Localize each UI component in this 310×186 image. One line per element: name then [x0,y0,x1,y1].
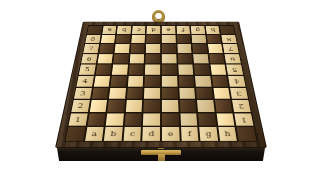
square-c2 [126,100,143,112]
file-label-top-b: b [117,26,131,34]
rank-label-right-4-text: 4 [234,78,240,84]
square-f5 [178,65,193,75]
square-h7 [208,44,223,53]
chessboard-top-face: abcdefgh8877665544332211abcdefgh [55,22,267,148]
square-h6 [209,54,225,63]
file-label-top-c-text: c [137,28,141,32]
square-a5 [95,65,111,75]
rank-label-left-7: 7 [83,44,99,53]
square-f8 [177,35,191,43]
square-e4 [162,76,177,87]
frame-corner [220,26,235,34]
file-label-top-b-text: b [122,28,127,32]
square-d7 [146,44,160,53]
file-label-bottom-h: h [218,127,237,140]
rank-label-left-2-text: 2 [77,103,84,109]
square-b4 [111,76,127,87]
square-f1 [180,113,197,126]
rank-label-right-8: 8 [222,35,237,43]
file-label-top-a-text: a [107,28,112,32]
file-label-top-c: c [132,26,146,34]
file-label-top-g: g [191,26,205,34]
square-f7 [177,44,191,53]
square-b5 [112,65,128,75]
square-b2 [108,100,125,112]
rank-label-right-7-text: 7 [228,46,234,51]
rank-label-left-6-text: 6 [86,56,92,61]
square-d3 [144,88,160,99]
file-label-top-d: d [147,26,160,34]
chessboard-photo: abcdefgh8877665544332211abcdefgh [0,0,310,186]
square-b6 [113,54,128,63]
frame-corner [87,26,102,34]
square-e5 [162,65,177,75]
square-f6 [178,54,193,63]
square-g6 [193,54,208,63]
square-g8 [192,35,206,43]
file-label-bottom-h-text: h [224,130,231,137]
rank-label-right-4: 4 [228,76,245,87]
square-e7 [162,44,176,53]
rank-label-right-6: 6 [225,54,241,63]
square-g1 [198,113,216,126]
file-label-top-e-text: e [166,28,170,32]
rank-label-left-3: 3 [74,88,92,99]
square-a8 [101,35,116,43]
square-b7 [115,44,130,53]
file-label-bottom-a-text: a [91,130,98,137]
rank-label-left-8-text: 8 [90,37,96,42]
square-h4 [212,76,229,87]
file-label-top-g-text: g [195,28,200,32]
file-label-bottom-b: b [104,127,122,140]
rank-label-left-4-text: 4 [82,78,88,84]
file-label-top-d-text: d [151,28,156,32]
square-f2 [180,100,197,112]
square-a6 [97,54,113,63]
square-f4 [178,76,194,87]
rank-label-left-5: 5 [79,65,96,75]
square-f3 [179,88,195,99]
square-h5 [210,65,226,75]
frame-corner [237,127,257,140]
square-a4 [94,76,111,87]
file-label-bottom-a: a [85,127,104,140]
file-label-bottom-d-text: d [148,130,154,137]
rank-label-right-1: 1 [235,113,254,126]
square-e3 [162,88,178,99]
square-c3 [127,88,143,99]
rank-label-left-5-text: 5 [84,67,90,72]
square-d2 [144,100,160,112]
rank-label-right-6-text: 6 [230,56,236,61]
square-g7 [192,44,207,53]
rank-label-left-7-text: 7 [88,46,94,51]
rank-label-right-3: 3 [230,88,248,99]
square-g4 [195,76,211,87]
rank-label-right-7: 7 [223,44,239,53]
file-label-bottom-f: f [181,127,199,140]
square-e1 [162,113,179,126]
square-g3 [196,88,213,99]
file-label-top-h-text: h [210,28,215,32]
file-label-top-f-text: f [182,28,185,32]
rank-label-right-8-text: 8 [226,37,232,42]
square-c6 [130,54,145,63]
file-label-bottom-g: g [199,127,217,140]
file-label-bottom-e: e [162,127,179,140]
square-d6 [146,54,161,63]
rank-label-left-4: 4 [76,76,93,87]
rank-label-right-5-text: 5 [232,67,238,72]
board-front-edge [57,148,265,161]
square-b3 [109,88,126,99]
rank-label-left-6: 6 [81,54,97,63]
rank-label-left-8: 8 [85,35,100,43]
square-c1 [125,113,142,126]
square-h3 [213,88,230,99]
square-e8 [162,35,176,43]
file-label-bottom-c: c [123,127,141,140]
square-d5 [145,65,160,75]
rank-label-right-5: 5 [227,65,244,75]
chessboard-grid: abcdefgh8877665544332211abcdefgh [64,25,257,141]
rank-label-left-1-text: 1 [75,116,82,123]
square-e6 [162,54,177,63]
square-h2 [215,100,233,112]
square-h1 [216,113,234,126]
file-label-top-f: f [176,26,190,34]
square-g2 [197,100,214,112]
frame-corner [65,127,85,140]
file-label-bottom-d: d [143,127,160,140]
file-label-bottom-c-text: c [130,130,136,137]
square-c4 [128,76,144,87]
square-b8 [116,35,130,43]
rank-label-right-2-text: 2 [238,103,245,109]
file-label-top-h: h [206,26,220,34]
square-c8 [131,35,145,43]
brass-clasp-tab [158,154,165,163]
square-h8 [207,35,222,43]
square-a3 [92,88,109,99]
rank-label-left-2: 2 [71,100,89,112]
rank-label-left-1: 1 [68,113,87,126]
rank-label-right-1-text: 1 [241,116,248,123]
square-a2 [89,100,107,112]
square-c5 [129,65,144,75]
file-label-bottom-f-text: f [188,130,192,137]
square-d8 [146,35,160,43]
file-label-bottom-b-text: b [110,130,117,137]
square-b1 [106,113,124,126]
square-a1 [87,113,105,126]
square-d1 [143,113,160,126]
file-label-bottom-g-text: g [205,130,212,137]
square-g5 [194,65,210,75]
file-label-top-e: e [162,26,175,34]
square-e2 [162,100,178,112]
square-c7 [130,44,144,53]
square-a7 [99,44,114,53]
rank-label-left-3-text: 3 [80,90,86,96]
file-label-bottom-e-text: e [168,130,174,137]
rank-label-right-2: 2 [232,100,250,112]
rank-label-right-3-text: 3 [236,90,242,96]
file-label-top-a: a [102,26,116,34]
square-d4 [145,76,160,87]
